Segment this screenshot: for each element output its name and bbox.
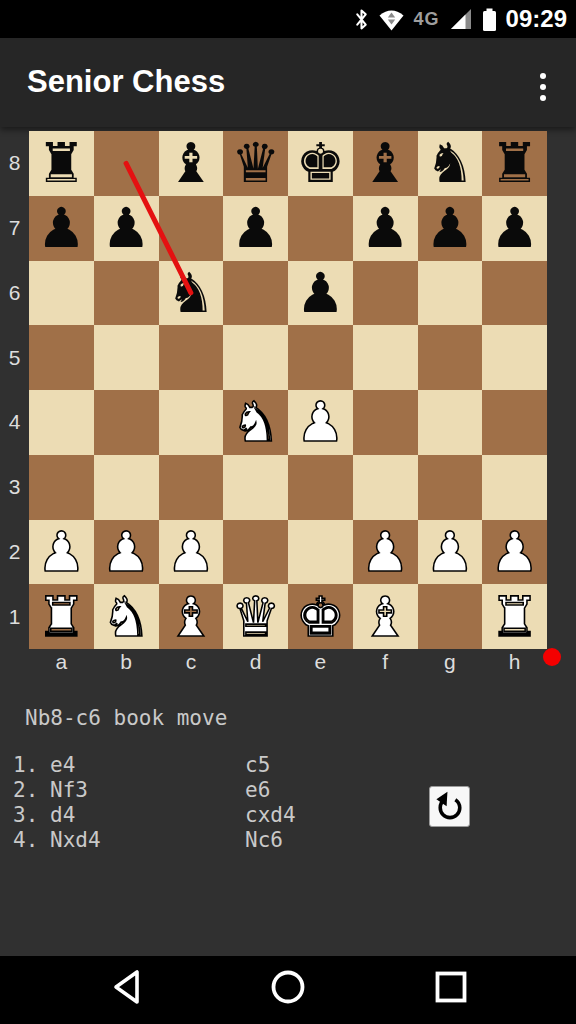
move-row-1: 1.e4c5 [13,753,413,778]
signal-icon [449,7,473,31]
file-label-f: f [353,648,418,675]
black-move: Nc6 [245,828,413,853]
square-g7[interactable]: ♟ [418,196,483,261]
square-g5[interactable] [418,325,483,390]
piece-bB: ♝ [166,131,215,195]
square-d1[interactable]: ♛ [223,584,288,649]
square-a5[interactable] [29,325,94,390]
piece-bP: ♟ [101,196,150,260]
square-e6[interactable]: ♟ [288,261,353,326]
rank-label-1: 1 [0,584,29,649]
piece-bP: ♟ [360,196,409,260]
rank-label-3: 3 [0,455,29,520]
black-move: e6 [245,778,413,803]
square-c1[interactable]: ♝ [159,584,224,649]
square-b2[interactable]: ♟ [94,520,159,585]
square-a2[interactable]: ♟ [29,520,94,585]
piece-wP: ♟ [101,520,150,584]
home-icon[interactable] [270,968,306,1006]
piece-bP: ♟ [37,196,86,260]
move-number: 4. [13,828,50,853]
piece-wB: ♝ [360,585,409,649]
square-c5[interactable] [159,325,224,390]
piece-wN: ♞ [101,585,150,649]
white-move: Nf3 [50,778,245,803]
piece-bN: ♞ [425,131,474,195]
square-e3[interactable] [288,455,353,520]
file-label-g: g [418,648,483,675]
square-d7[interactable]: ♟ [223,196,288,261]
file-label-d: d [223,648,288,675]
chess-board[interactable]: ♜♝♛♚♝♞♜♟♟♟♟♟♟♞♟♞♟♟♟♟♟♟♟♜♞♝♛♚♝♜ [29,131,547,649]
square-c4[interactable] [159,390,224,455]
file-label-a: a [29,648,94,675]
square-b1[interactable]: ♞ [94,584,159,649]
rank-label-2: 2 [0,520,29,585]
black-move: cxd4 [245,803,413,828]
board-wrap: ♜♝♛♚♝♞♜♟♟♟♟♟♟♞♟♞♟♟♟♟♟♟♟♜♞♝♛♚♝♜ [29,131,547,649]
square-a8[interactable]: ♜ [29,131,94,196]
file-label-e: e [288,648,353,675]
piece-bR: ♜ [37,131,86,195]
status-bar: 4G 09:29 [0,0,576,38]
square-d8[interactable]: ♛ [223,131,288,196]
black-move: c5 [245,753,413,778]
square-e8[interactable]: ♚ [288,131,353,196]
piece-wK: ♚ [296,585,345,649]
white-move: e4 [50,753,245,778]
file-label-b: b [94,648,159,675]
square-d5[interactable] [223,325,288,390]
piece-bP: ♟ [296,261,345,325]
piece-bK: ♚ [296,131,345,195]
clock: 09:29 [506,5,567,33]
square-e5[interactable] [288,325,353,390]
move-number: 1. [13,753,50,778]
move-number: 3. [13,803,50,828]
square-d4[interactable]: ♞ [223,390,288,455]
wifi-icon [378,7,405,32]
move-row-2: 2.Nf3e6 [13,778,413,803]
square-e7[interactable] [288,196,353,261]
piece-bB: ♝ [360,131,409,195]
undo-button[interactable] [429,786,470,827]
square-f3[interactable] [353,455,418,520]
square-e2[interactable] [288,520,353,585]
piece-bP: ♟ [231,196,280,260]
piece-wP: ♟ [37,520,86,584]
square-h5[interactable] [482,325,547,390]
rank-label-6: 6 [0,261,29,326]
white-move: d4 [50,803,245,828]
square-h6[interactable] [482,261,547,326]
square-g8[interactable]: ♞ [418,131,483,196]
piece-wP: ♟ [360,520,409,584]
piece-bR: ♜ [490,131,539,195]
square-f6[interactable] [353,261,418,326]
piece-wR: ♜ [37,585,86,649]
square-h4[interactable] [482,390,547,455]
white-move: Nxd4 [50,828,245,853]
square-c2[interactable]: ♟ [159,520,224,585]
rank-label-8: 8 [0,131,29,196]
page-title: Senior Chess [27,64,225,100]
piece-wP: ♟ [425,520,474,584]
square-d6[interactable] [223,261,288,326]
square-g2[interactable]: ♟ [418,520,483,585]
back-icon[interactable] [110,968,146,1006]
square-a4[interactable] [29,390,94,455]
square-g4[interactable] [418,390,483,455]
square-h8[interactable]: ♜ [482,131,547,196]
square-b3[interactable] [94,455,159,520]
file-label-h: h [482,648,547,675]
square-f4[interactable] [353,390,418,455]
piece-bP: ♟ [425,196,474,260]
square-d3[interactable] [223,455,288,520]
overflow-menu-icon[interactable] [536,73,550,103]
square-h3[interactable] [482,455,547,520]
square-h1[interactable]: ♜ [482,584,547,649]
rank-label-5: 5 [0,325,29,390]
square-f7[interactable]: ♟ [353,196,418,261]
move-number: 2. [13,778,50,803]
square-h7[interactable]: ♟ [482,196,547,261]
piece-bN: ♞ [166,261,215,325]
piece-wR: ♜ [490,585,539,649]
square-d2[interactable] [223,520,288,585]
rank-label-7: 7 [0,196,29,261]
battery-icon [482,7,497,32]
square-b7[interactable]: ♟ [94,196,159,261]
piece-bQ: ♛ [231,131,280,195]
square-f5[interactable] [353,325,418,390]
file-label-c: c [159,648,224,675]
square-b5[interactable] [94,325,159,390]
square-f2[interactable]: ♟ [353,520,418,585]
move-row-4: 4.Nxd4Nc6 [13,828,413,853]
network-type-label: 4G [414,9,440,30]
piece-wB: ♝ [166,585,215,649]
piece-wP: ♟ [166,520,215,584]
file-labels: abcdefgh [29,648,547,675]
square-g6[interactable] [418,261,483,326]
undo-rotate-icon [433,790,467,824]
square-a3[interactable] [29,455,94,520]
square-e1[interactable]: ♚ [288,584,353,649]
square-f1[interactable]: ♝ [353,584,418,649]
move-row-3: 3.d4cxd4 [13,803,413,828]
square-c8[interactable]: ♝ [159,131,224,196]
piece-wP: ♟ [490,520,539,584]
recents-icon[interactable] [433,968,469,1006]
square-b8[interactable] [94,131,159,196]
square-b4[interactable] [94,390,159,455]
square-c7[interactable] [159,196,224,261]
move-list: 1.e4c52.Nf3e63.d4cxd44.Nxd4Nc6 [13,753,413,853]
square-g1[interactable] [418,584,483,649]
square-a6[interactable] [29,261,94,326]
rank-labels: 87654321 [0,131,29,649]
status-message: Nb8-c6 book move [25,706,227,730]
piece-wQ: ♛ [231,585,280,649]
piece-wN: ♞ [231,390,280,454]
piece-wP: ♟ [296,390,345,454]
square-a1[interactable]: ♜ [29,584,94,649]
square-g3[interactable] [418,455,483,520]
square-b6[interactable] [94,261,159,326]
square-h2[interactable]: ♟ [482,520,547,585]
square-e4[interactable]: ♟ [288,390,353,455]
engine-thinking-dot [543,648,561,666]
square-c3[interactable] [159,455,224,520]
rank-label-4: 4 [0,390,29,455]
square-f8[interactable]: ♝ [353,131,418,196]
piece-bP: ♟ [490,196,539,260]
square-c6[interactable]: ♞ [159,261,224,326]
square-a7[interactable]: ♟ [29,196,94,261]
bluetooth-icon [354,7,369,32]
